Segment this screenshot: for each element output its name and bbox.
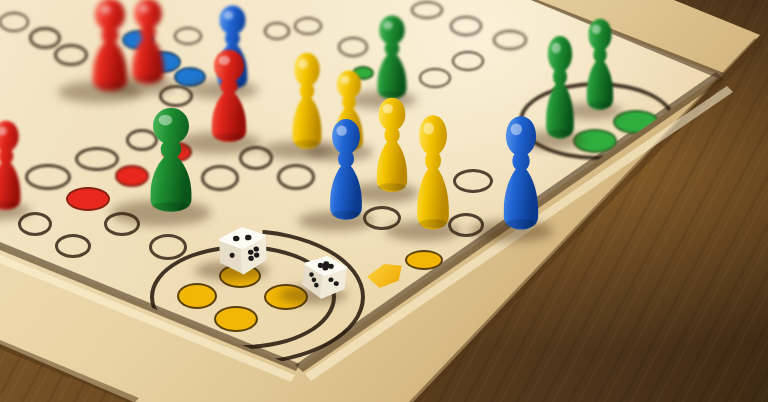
- pawn-red[interactable]: [203, 48, 255, 143]
- pawn-red[interactable]: [84, 0, 136, 92]
- die-one[interactable]: [213, 222, 271, 280]
- pawn-blue[interactable]: [495, 114, 547, 231]
- pawn-green[interactable]: [140, 106, 202, 213]
- pawn-green[interactable]: [370, 14, 414, 100]
- pawn-red[interactable]: [0, 119, 28, 211]
- pawn-blue[interactable]: [322, 117, 370, 221]
- ludo-board-scene: [0, 0, 768, 402]
- die-two[interactable]: [297, 251, 350, 304]
- pieces-layer: [0, 0, 768, 402]
- pawn-green[interactable]: [580, 17, 620, 111]
- pawn-yellow[interactable]: [409, 113, 457, 231]
- yellow-marker[interactable]: [366, 261, 405, 289]
